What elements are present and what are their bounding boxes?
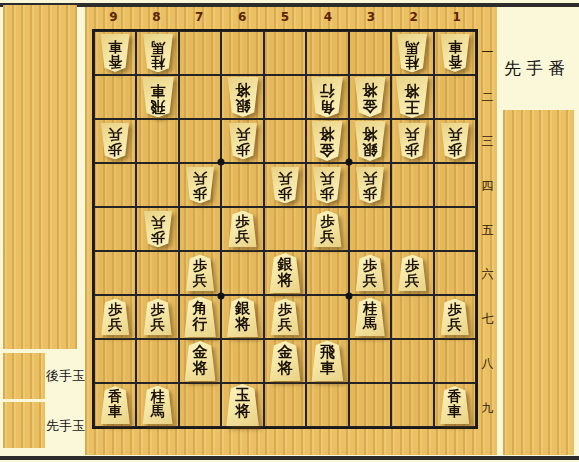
board-cell-3四[interactable]: 歩兵 — [349, 163, 391, 207]
sente-king-tray — [3, 402, 45, 448]
gote-king-tray — [3, 353, 45, 399]
board-cell-4四[interactable]: 歩兵 — [306, 163, 348, 207]
koma-face: 銀将 — [225, 297, 260, 337]
board-cell-5八[interactable]: 金将 — [264, 339, 306, 383]
board-cell-2五[interactable] — [391, 207, 433, 251]
shogi-app-window: 後手玉 先手玉 香車桂馬桂馬香車飛車銀将角行金将王将歩兵歩兵金将銀将歩兵歩兵歩兵… — [0, 0, 579, 462]
piece-gote-pawn[interactable]: 歩兵 — [439, 123, 471, 160]
koma-face: 歩兵 — [227, 123, 259, 160]
koma-face: 歩兵 — [269, 299, 301, 336]
board-cell-6三[interactable]: 歩兵 — [221, 119, 263, 163]
koma-face: 金将 — [183, 341, 218, 381]
koma-face: 玉将 — [224, 384, 261, 426]
piece-gote-pawn[interactable]: 歩兵 — [184, 167, 216, 204]
board-cell-1三[interactable]: 歩兵 — [434, 119, 476, 163]
board-cell-4七[interactable] — [306, 295, 348, 339]
board-cell-7五[interactable] — [179, 207, 221, 251]
rank-label-7: 七 — [479, 311, 496, 328]
rank-label-8: 八 — [479, 355, 496, 372]
board-cell-3一[interactable] — [349, 31, 391, 75]
board-cell-4一[interactable] — [306, 31, 348, 75]
piece-sente-knight[interactable]: 桂馬 — [353, 298, 387, 337]
hoshi-dot — [346, 292, 353, 299]
board-cell-6二[interactable]: 銀将 — [221, 75, 263, 119]
koma-face: 歩兵 — [396, 255, 428, 292]
board-cell-8四[interactable] — [136, 163, 178, 207]
rank-label-3: 三 — [479, 133, 496, 150]
bottom-divider — [0, 456, 579, 460]
board-cell-3三[interactable]: 銀将 — [349, 119, 391, 163]
board-cell-8六[interactable] — [136, 251, 178, 295]
koma-face: 歩兵 — [311, 167, 343, 204]
board-cell-1一[interactable]: 香車 — [434, 31, 476, 75]
piece-gote-pawn[interactable]: 歩兵 — [354, 167, 386, 204]
piece-sente-pawn[interactable]: 歩兵 — [269, 299, 301, 336]
piece-sente-pawn[interactable]: 歩兵 — [354, 255, 386, 292]
hoshi-dot — [346, 159, 353, 166]
koma-face: 歩兵 — [142, 211, 174, 248]
piece-sente-pawn[interactable]: 歩兵 — [99, 299, 131, 336]
board-cell-9六[interactable] — [94, 251, 136, 295]
koma-face: 金将 — [267, 341, 302, 381]
koma-face: 香車 — [438, 34, 471, 72]
board-cell-5六[interactable]: 銀将 — [264, 251, 306, 295]
piece-gote-king[interactable]: 王将 — [394, 76, 431, 118]
piece-gote-silver[interactable]: 銀将 — [225, 77, 260, 117]
piece-sente-rook[interactable]: 飛車 — [309, 341, 345, 382]
board-cell-7四[interactable]: 歩兵 — [179, 163, 221, 207]
board-cell-1八[interactable] — [434, 339, 476, 383]
board-cell-9一[interactable]: 香車 — [94, 31, 136, 75]
piece-sente-silver[interactable]: 銀将 — [225, 297, 260, 337]
file-label-1: 1 — [435, 10, 478, 24]
koma-face: 歩兵 — [354, 255, 386, 292]
koma-face: 歩兵 — [184, 167, 216, 204]
rank-label-4: 四 — [479, 178, 496, 195]
board-cell-9五[interactable] — [94, 207, 136, 251]
board-cell-4二[interactable]: 角行 — [306, 75, 348, 119]
shogi-board[interactable]: 香車桂馬桂馬香車飛車銀将角行金将王将歩兵歩兵金将銀将歩兵歩兵歩兵歩兵歩兵歩兵歩兵… — [92, 29, 478, 429]
koma-face: 桂馬 — [141, 386, 175, 425]
gote-king-label: 後手玉 — [46, 367, 85, 385]
board-cell-1九[interactable]: 香車 — [434, 383, 476, 427]
rank-label-2: 二 — [479, 89, 496, 106]
piece-sente-pawn[interactable]: 歩兵 — [142, 299, 174, 336]
board-frame: 香車桂馬桂馬香車飛車銀将角行金将王将歩兵歩兵金将銀将歩兵歩兵歩兵歩兵歩兵歩兵歩兵… — [85, 7, 497, 455]
koma-face: 歩兵 — [227, 211, 259, 248]
koma-face: 歩兵 — [99, 123, 131, 160]
board-cell-8七[interactable]: 歩兵 — [136, 295, 178, 339]
board-cell-2六[interactable]: 歩兵 — [391, 251, 433, 295]
board-cell-1六[interactable] — [434, 251, 476, 295]
board-cell-1二[interactable] — [434, 75, 476, 119]
file-label-3: 3 — [349, 10, 392, 24]
board-cell-8一[interactable]: 桂馬 — [136, 31, 178, 75]
piece-sente-gold[interactable]: 金将 — [267, 341, 302, 381]
koma-face: 飛車 — [309, 341, 345, 382]
koma-face: 歩兵 — [99, 299, 131, 336]
board-cell-8九[interactable]: 桂馬 — [136, 383, 178, 427]
piece-gote-pawn[interactable]: 歩兵 — [269, 167, 301, 204]
board-cell-5三[interactable] — [264, 119, 306, 163]
board-cell-4八[interactable]: 飛車 — [306, 339, 348, 383]
piece-sente-knight[interactable]: 桂馬 — [141, 386, 175, 425]
piece-sente-pawn[interactable]: 歩兵 — [311, 211, 343, 248]
board-cell-5二[interactable] — [264, 75, 306, 119]
board-cell-1四[interactable] — [434, 163, 476, 207]
piece-gote-silver[interactable]: 銀将 — [352, 121, 387, 161]
board-cell-3五[interactable] — [349, 207, 391, 251]
board-cell-2四[interactable] — [391, 163, 433, 207]
koma-face: 歩兵 — [311, 211, 343, 248]
piece-gote-gold[interactable]: 金将 — [352, 77, 387, 117]
board-cell-6四[interactable] — [221, 163, 263, 207]
board-cell-3九[interactable] — [349, 383, 391, 427]
gote-komadai — [3, 5, 77, 349]
piece-gote-rook[interactable]: 飛車 — [140, 77, 176, 118]
board-cell-4九[interactable] — [306, 383, 348, 427]
file-label-6: 6 — [221, 10, 264, 24]
file-label-4: 4 — [306, 10, 349, 24]
board-cell-4五[interactable]: 歩兵 — [306, 207, 348, 251]
sente-king-label: 先手玉 — [46, 417, 85, 435]
koma-face: 歩兵 — [439, 299, 471, 336]
board-cell-3二[interactable]: 金将 — [349, 75, 391, 119]
koma-face: 金将 — [310, 121, 345, 161]
file-label-5: 5 — [264, 10, 307, 24]
file-label-9: 9 — [92, 10, 135, 24]
board-cell-9四[interactable] — [94, 163, 136, 207]
board-cell-2七[interactable] — [391, 295, 433, 339]
piece-sente-gold[interactable]: 金将 — [183, 341, 218, 381]
rank-label-1: 一 — [479, 44, 496, 61]
koma-face: 歩兵 — [439, 123, 471, 160]
koma-face: 角行 — [309, 77, 345, 118]
koma-face: 歩兵 — [269, 167, 301, 204]
board-cell-9八[interactable] — [94, 339, 136, 383]
board-cell-4三[interactable]: 金将 — [306, 119, 348, 163]
koma-face: 銀将 — [267, 253, 302, 293]
board-cell-6五[interactable]: 歩兵 — [221, 207, 263, 251]
sente-komadai — [503, 110, 574, 455]
board-cell-8八[interactable] — [136, 339, 178, 383]
board-cell-3七[interactable]: 桂馬 — [349, 295, 391, 339]
board-cell-1七[interactable]: 歩兵 — [434, 295, 476, 339]
board-cell-6一[interactable] — [221, 31, 263, 75]
file-label-2: 2 — [392, 10, 435, 24]
piece-gote-pawn[interactable]: 歩兵 — [142, 211, 174, 248]
board-cell-9九[interactable]: 香車 — [94, 383, 136, 427]
piece-gote-pawn[interactable]: 歩兵 — [396, 123, 428, 160]
koma-face: 歩兵 — [142, 299, 174, 336]
board-cell-7七[interactable]: 角行 — [179, 295, 221, 339]
board-cell-9二[interactable] — [94, 75, 136, 119]
board-cell-2九[interactable] — [391, 383, 433, 427]
koma-face: 銀将 — [225, 77, 260, 117]
piece-gote-knight[interactable]: 桂馬 — [141, 34, 175, 73]
koma-face: 桂馬 — [141, 34, 175, 73]
file-label-7: 7 — [178, 10, 221, 24]
koma-face: 香車 — [99, 34, 132, 72]
rank-label-5: 五 — [479, 222, 496, 239]
koma-face: 香車 — [99, 386, 132, 424]
koma-face: 飛車 — [140, 77, 176, 118]
board-cell-1五[interactable] — [434, 207, 476, 251]
koma-face: 角行 — [182, 297, 218, 338]
piece-gote-pawn[interactable]: 歩兵 — [311, 167, 343, 204]
board-cell-5一[interactable] — [264, 31, 306, 75]
koma-face: 桂馬 — [353, 298, 387, 337]
board-cell-2一[interactable]: 桂馬 — [391, 31, 433, 75]
koma-face: 香車 — [438, 386, 471, 424]
koma-face: 銀将 — [352, 121, 387, 161]
piece-sente-pawn[interactable]: 歩兵 — [439, 299, 471, 336]
hoshi-dot — [217, 292, 224, 299]
rank-label-6: 六 — [479, 266, 496, 283]
board-cell-5七[interactable]: 歩兵 — [264, 295, 306, 339]
board-cell-7三[interactable] — [179, 119, 221, 163]
hoshi-dot — [217, 159, 224, 166]
board-cell-7六[interactable]: 歩兵 — [179, 251, 221, 295]
file-label-8: 8 — [135, 10, 178, 24]
koma-face: 歩兵 — [354, 167, 386, 204]
board-cell-6七[interactable]: 銀将 — [221, 295, 263, 339]
piece-gote-bishop[interactable]: 角行 — [309, 77, 345, 118]
board-cell-3八[interactable] — [349, 339, 391, 383]
piece-gote-lance[interactable]: 香車 — [99, 34, 132, 72]
board-cell-8三[interactable] — [136, 119, 178, 163]
board-cell-9七[interactable]: 歩兵 — [94, 295, 136, 339]
board-cell-9三[interactable]: 歩兵 — [94, 119, 136, 163]
piece-sente-bishop[interactable]: 角行 — [182, 297, 218, 338]
turn-indicator: 先手番 — [504, 57, 570, 80]
board-cell-2三[interactable]: 歩兵 — [391, 119, 433, 163]
koma-face: 歩兵 — [396, 123, 428, 160]
board-cell-5四[interactable]: 歩兵 — [264, 163, 306, 207]
board-cell-6六[interactable] — [221, 251, 263, 295]
board-cell-8五[interactable]: 歩兵 — [136, 207, 178, 251]
board-cell-5五[interactable] — [264, 207, 306, 251]
koma-face: 王将 — [394, 76, 431, 118]
board-cell-3六[interactable]: 歩兵 — [349, 251, 391, 295]
piece-sente-pawn[interactable]: 歩兵 — [184, 255, 216, 292]
board-cell-2八[interactable] — [391, 339, 433, 383]
koma-face: 歩兵 — [184, 255, 216, 292]
piece-gote-knight[interactable]: 桂馬 — [395, 34, 429, 73]
board-cell-8二[interactable]: 飛車 — [136, 75, 178, 119]
board-cell-6八[interactable] — [221, 339, 263, 383]
board-cell-6九[interactable]: 玉将 — [221, 383, 263, 427]
piece-sente-pawn[interactable]: 歩兵 — [396, 255, 428, 292]
board-cell-7八[interactable]: 金将 — [179, 339, 221, 383]
piece-sente-silver[interactable]: 銀将 — [267, 253, 302, 293]
piece-gote-pawn[interactable]: 歩兵 — [99, 123, 131, 160]
board-cell-4六[interactable] — [306, 251, 348, 295]
piece-gote-gold[interactable]: 金将 — [310, 121, 345, 161]
piece-gote-pawn[interactable]: 歩兵 — [227, 123, 259, 160]
rank-label-9: 九 — [479, 400, 496, 417]
piece-sente-lance[interactable]: 香車 — [438, 386, 471, 424]
board-cell-2二[interactable]: 王将 — [391, 75, 433, 119]
piece-sente-pawn[interactable]: 歩兵 — [227, 211, 259, 248]
piece-sente-king[interactable]: 玉将 — [224, 384, 261, 426]
piece-gote-lance[interactable]: 香車 — [438, 34, 471, 72]
board-cell-7二[interactable] — [179, 75, 221, 119]
piece-sente-lance[interactable]: 香車 — [99, 386, 132, 424]
koma-face: 金将 — [352, 77, 387, 117]
board-cell-7一[interactable] — [179, 31, 221, 75]
board-cell-5九[interactable] — [264, 383, 306, 427]
board-cell-7九[interactable] — [179, 383, 221, 427]
koma-face: 桂馬 — [395, 34, 429, 73]
